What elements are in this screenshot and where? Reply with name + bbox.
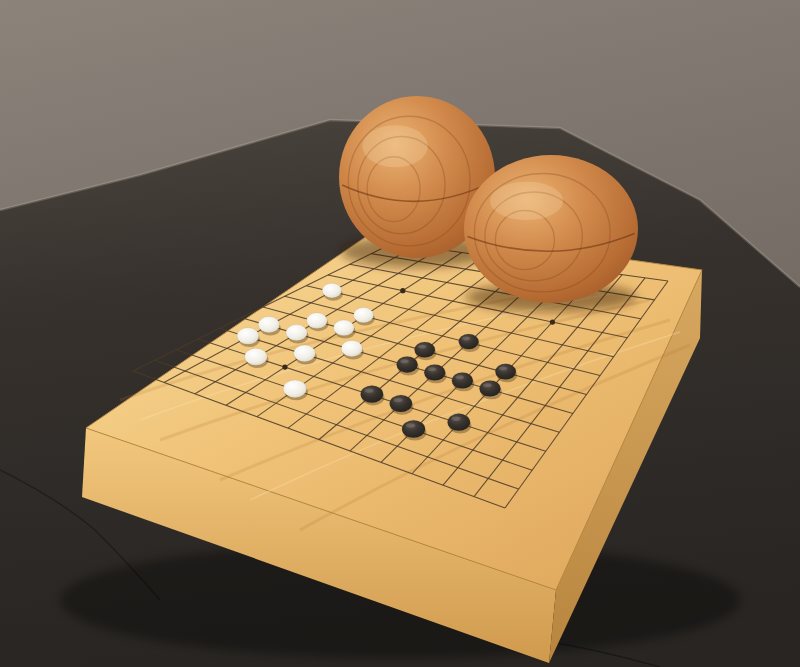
black-stone-gloss — [428, 367, 437, 371]
white-stone — [322, 283, 341, 298]
black-stone — [390, 395, 413, 412]
black-stone-gloss — [483, 383, 492, 387]
white-stone — [283, 380, 306, 398]
star-point — [550, 319, 555, 324]
white-stone — [258, 317, 279, 333]
go-board-scene — [0, 0, 800, 667]
white-stone — [237, 328, 259, 345]
white-stone — [245, 348, 268, 365]
black-stone-gloss — [400, 359, 409, 363]
black-stone — [452, 372, 473, 388]
black-stone — [448, 414, 471, 431]
black-stone-gloss — [451, 417, 460, 421]
black-stone-gloss — [406, 423, 415, 427]
black-stone — [361, 386, 384, 403]
black-stone-gloss — [418, 345, 426, 349]
black-stone — [495, 364, 516, 380]
white-stone — [307, 313, 328, 329]
white-stone — [353, 308, 373, 323]
bowl-body — [464, 155, 638, 303]
black-stone — [414, 342, 435, 358]
black-stone-gloss — [499, 367, 507, 371]
black-stone — [396, 356, 417, 372]
black-stone — [479, 380, 500, 396]
white-stone — [341, 340, 362, 356]
black-stone-gloss — [455, 375, 464, 379]
white-stone — [334, 320, 355, 336]
black-stone — [402, 420, 425, 438]
bowl-highlight — [490, 182, 563, 220]
black-stone-gloss — [365, 389, 374, 393]
black-stone-gloss — [394, 398, 403, 402]
star-point — [282, 364, 287, 369]
photo-stage — [0, 0, 800, 667]
bowl-highlight — [362, 125, 428, 167]
white-stone — [286, 325, 307, 341]
star-point — [400, 288, 405, 293]
black-stone — [424, 364, 445, 380]
white-stone — [294, 345, 316, 362]
go-stone-bowl — [464, 155, 638, 303]
black-stone — [459, 334, 479, 349]
black-stone-gloss — [462, 337, 470, 341]
